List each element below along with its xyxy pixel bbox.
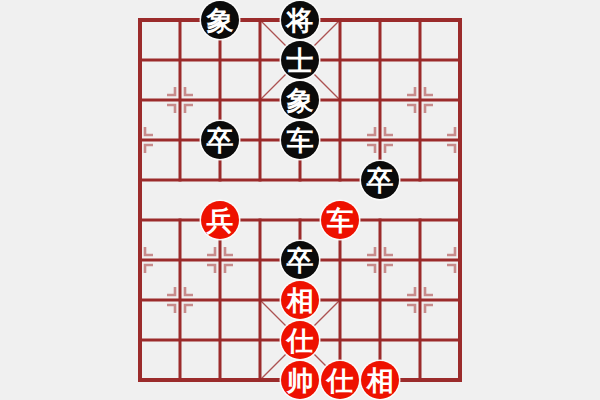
piece-black-advisor-e2[interactable]: 士: [281, 41, 319, 79]
piece-black-soldier-e7[interactable]: 卒: [281, 241, 319, 279]
piece-red-chariot-f6[interactable]: 车: [321, 201, 359, 239]
piece-black-elephant-e3[interactable]: 象: [281, 81, 319, 119]
piece-black-elephant-c1[interactable]: 象: [201, 1, 239, 39]
piece-red-general-e10[interactable]: 帅: [281, 361, 319, 399]
piece-black-soldier-c4[interactable]: 卒: [201, 121, 239, 159]
piece-red-elephant-e8[interactable]: 相: [281, 281, 319, 319]
piece-black-chariot-e4[interactable]: 车: [281, 121, 319, 159]
piece-black-general-e1[interactable]: 将: [281, 1, 319, 39]
pieces-layer: 象将士象卒车卒兵车卒相仕帅仕相: [0, 0, 600, 400]
piece-red-soldier-c6[interactable]: 兵: [201, 201, 239, 239]
xiangqi-board[interactable]: 象将士象卒车卒兵车卒相仕帅仕相: [0, 0, 600, 400]
piece-red-elephant-g10[interactable]: 相: [361, 361, 399, 399]
piece-red-advisor-e9[interactable]: 仕: [281, 321, 319, 359]
piece-red-advisor-f10[interactable]: 仕: [321, 361, 359, 399]
piece-black-soldier-g5[interactable]: 卒: [361, 161, 399, 199]
